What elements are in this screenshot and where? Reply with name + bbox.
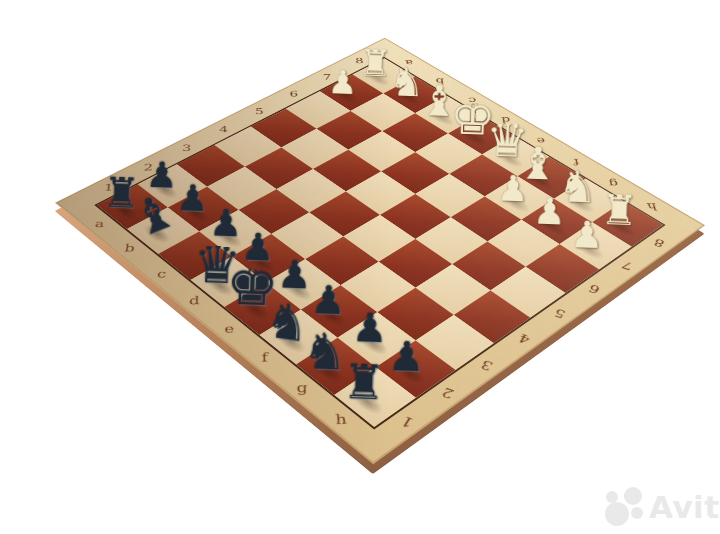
white-pawn-glyph: ♟	[570, 216, 604, 254]
board-scene: aabbccddeeffgghh1122334455667788♜♞♝♚♛♝♞♜…	[142, 0, 618, 452]
avito-watermark: Avito	[604, 487, 720, 527]
photo-stage: aabbccddeeffgghh1122334455667788♜♞♝♚♛♝♞♜…	[0, 0, 720, 534]
black-rook-glyph: ♜	[342, 359, 386, 408]
white-pawn-glyph: ♟	[328, 66, 358, 100]
avito-logo-icon	[604, 487, 646, 527]
chess-board: aabbccddeeffgghh1122334455667788♜♞♝♚♛♝♞♜…	[55, 38, 705, 464]
watermark-text: Avito	[649, 489, 720, 525]
coord-rank-4-right: 4	[494, 318, 555, 361]
